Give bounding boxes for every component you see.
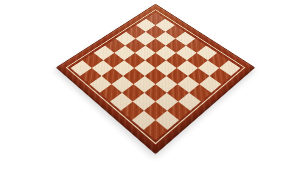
product-photo-scene xyxy=(0,0,300,169)
chess-board xyxy=(55,3,254,154)
board-playing-field xyxy=(70,12,240,139)
